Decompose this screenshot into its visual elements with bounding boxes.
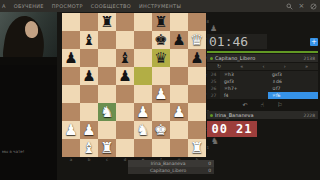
piece-white-knight-c3: ♞ xyxy=(100,103,113,121)
square-g2[interactable] xyxy=(170,121,188,139)
move-number: 25 xyxy=(207,78,220,85)
piece-black-rook-c8: ♜ xyxy=(100,13,113,31)
square-g7[interactable]: ♟ xyxy=(170,31,188,49)
square-f1[interactable] xyxy=(152,139,170,157)
last-move-icon[interactable]: » xyxy=(305,63,308,70)
move-white[interactable]: ♕h3 xyxy=(220,71,268,78)
top-player-clock: 01:46 xyxy=(207,34,267,49)
square-d5[interactable]: ♟ xyxy=(116,67,134,85)
square-e5[interactable] xyxy=(134,67,152,85)
square-c3[interactable]: ♞ xyxy=(98,103,116,121)
give-time-button[interactable]: + xyxy=(310,38,318,46)
piece-black-king-f7: ♚ xyxy=(154,31,167,49)
move-row-24: 24♕h3gxf3 xyxy=(207,71,318,78)
rank-coord-8: 8 xyxy=(207,13,210,31)
piece-white-rook-c1: ♜ xyxy=(100,139,113,157)
move-white[interactable]: f4 xyxy=(220,92,268,99)
piece-black-bishop-b7: ♝ xyxy=(82,31,95,49)
score-row[interactable]: Capitano_Libero0 xyxy=(128,167,214,174)
square-e6[interactable] xyxy=(134,49,152,67)
move-number: 27 xyxy=(207,92,220,99)
square-c4[interactable] xyxy=(98,85,116,103)
square-f5[interactable] xyxy=(152,67,170,85)
square-g3[interactable]: ♟ xyxy=(170,103,188,121)
captured-pieces-top: ♟ xyxy=(210,25,217,33)
draw-offer-icon[interactable]: ☝ xyxy=(260,101,264,108)
square-g5[interactable] xyxy=(170,67,188,85)
square-f6[interactable]: ♛ xyxy=(152,49,170,67)
resign-flag-icon[interactable]: ⚐ xyxy=(277,101,282,108)
streamer-webcam xyxy=(0,12,57,65)
move-number: 24 xyxy=(207,71,220,78)
game-action-buttons: ↶ ☝ ⚐ xyxy=(207,100,318,109)
square-h5[interactable] xyxy=(188,67,206,85)
square-g8[interactable] xyxy=(170,13,188,31)
square-b5[interactable]: ♟ xyxy=(80,67,98,85)
online-dot xyxy=(210,57,213,60)
bottom-player-name: Irina_Bananeva xyxy=(215,112,304,118)
next-move-icon[interactable]: › xyxy=(284,63,286,70)
square-d2[interactable] xyxy=(116,121,134,139)
square-g1[interactable] xyxy=(170,139,188,157)
piece-black-pawn-h6: ♟ xyxy=(190,49,203,67)
menu-item-soobshchestvo[interactable]: СООБЩЕСТВО xyxy=(91,3,131,9)
square-h1[interactable]: ♜ xyxy=(188,139,206,157)
flip-replay-icon[interactable]: ↻ xyxy=(217,63,221,70)
move-row-25: 25gxf3♗d6 xyxy=(207,78,318,85)
move-white[interactable]: ♕h7+ xyxy=(220,85,268,92)
square-a7[interactable] xyxy=(62,31,80,49)
piece-white-pawn-f4: ♟ xyxy=(154,85,167,103)
sound-muted-icon[interactable] xyxy=(310,3,317,10)
score-player-name: Irina_Bananeva xyxy=(128,161,208,166)
score-row[interactable]: Irina_Bananeva0 xyxy=(128,160,214,167)
menu-item-prosmotr[interactable]: ПРОСМОТР xyxy=(52,3,83,9)
square-d1[interactable] xyxy=(116,139,134,157)
square-a2[interactable]: ♟ xyxy=(62,121,80,139)
square-h6[interactable]: ♟ xyxy=(188,49,206,67)
move-white[interactable]: gxf3 xyxy=(220,78,268,85)
prev-move-icon[interactable]: ‹ xyxy=(263,63,265,70)
top-menu-bar: А ОБУЧЕНИЕ ПРОСМОТР СООБЩЕСТВО ИНСТРУМЕН… xyxy=(0,0,320,12)
top-player-bar[interactable]: Capitano_Libero 2138 xyxy=(207,54,318,62)
move-black[interactable]: ♗d6 xyxy=(268,78,318,85)
search-icon[interactable] xyxy=(286,3,293,10)
square-h8[interactable] xyxy=(188,13,206,31)
takeback-icon[interactable]: ↶ xyxy=(242,101,247,108)
move-list: 24♕h3gxf325gxf3♗d626♕h7+♔f727f4♕f6 xyxy=(207,71,318,99)
score-value: 0 xyxy=(208,161,214,166)
piece-white-queen-h7: ♛ xyxy=(190,31,203,49)
lichess-screen: А ОБУЧЕНИЕ ПРОСМОТР СООБЩЕСТВО ИНСТРУМЕН… xyxy=(0,0,320,180)
move-row-27: 27f4♕f6 xyxy=(207,92,318,99)
square-c1[interactable]: ♜ xyxy=(98,139,116,157)
square-d4[interactable] xyxy=(116,85,134,103)
piece-black-pawn-d5: ♟ xyxy=(118,67,131,85)
square-d8[interactable] xyxy=(116,13,134,31)
square-d3[interactable] xyxy=(116,103,134,121)
square-h7[interactable]: ♛ xyxy=(188,31,206,49)
rank-coord-1: 1 xyxy=(207,139,210,157)
square-b4[interactable] xyxy=(80,85,98,103)
square-a6[interactable]: ♟ xyxy=(62,49,80,67)
score-player-name: Capitano_Libero xyxy=(128,168,208,173)
square-d6[interactable]: ♝ xyxy=(116,49,134,67)
first-move-icon[interactable]: « xyxy=(240,63,243,70)
move-black[interactable]: ♕f6 xyxy=(268,92,318,99)
square-b1[interactable]: ♝ xyxy=(80,139,98,157)
square-e2[interactable]: ♞ xyxy=(134,121,152,139)
square-c6[interactable] xyxy=(98,49,116,67)
bottom-player-clock-low-time: 00 21 xyxy=(207,121,257,137)
piece-black-pawn-b5: ♟ xyxy=(82,67,95,85)
piece-white-pawn-e3: ♟ xyxy=(136,103,149,121)
square-h2[interactable] xyxy=(188,121,206,139)
piece-white-pawn-b2: ♟ xyxy=(82,121,95,139)
piece-white-king-f2: ♚ xyxy=(154,121,167,139)
square-a8[interactable] xyxy=(62,13,80,31)
piece-black-queen-f6: ♛ xyxy=(154,49,167,67)
menu-item-obuchenie[interactable]: ОБУЧЕНИЕ xyxy=(14,3,44,9)
square-a4[interactable] xyxy=(62,85,80,103)
square-e3[interactable]: ♟ xyxy=(134,103,152,121)
move-black[interactable]: gxf3 xyxy=(268,71,318,78)
bottom-player-rating: 2228 xyxy=(304,113,318,118)
close-icon[interactable]: × xyxy=(298,3,305,10)
piece-white-rook-h1: ♜ xyxy=(190,139,203,157)
file-coord-b: b xyxy=(80,157,98,162)
square-c8[interactable]: ♜ xyxy=(98,13,116,31)
square-b2[interactable]: ♟ xyxy=(80,121,98,139)
piece-black-pawn-a6: ♟ xyxy=(64,49,77,67)
piece-white-pawn-a2: ♟ xyxy=(64,121,77,139)
square-a5[interactable] xyxy=(62,67,80,85)
score-value: 0 xyxy=(208,168,214,173)
square-b6[interactable] xyxy=(80,49,98,67)
square-g6[interactable] xyxy=(170,49,188,67)
piece-white-knight-e2: ♞ xyxy=(136,121,149,139)
piece-white-bishop-b1: ♝ xyxy=(82,139,95,157)
square-a1[interactable] xyxy=(62,139,80,157)
square-c5[interactable] xyxy=(98,67,116,85)
square-c7[interactable] xyxy=(98,31,116,49)
menu-item-igra-partial[interactable]: А xyxy=(2,3,6,9)
left-dark-panel xyxy=(0,65,57,180)
square-f7[interactable]: ♚ xyxy=(152,31,170,49)
square-f8[interactable]: ♜ xyxy=(152,13,170,31)
piece-black-bishop-d6: ♝ xyxy=(118,49,131,67)
online-dot xyxy=(210,114,213,117)
square-f2[interactable]: ♚ xyxy=(152,121,170,139)
square-e7[interactable] xyxy=(134,31,152,49)
menu-item-instrumenty[interactable]: ИНСТРУМЕНТЫ xyxy=(139,3,181,9)
move-number: 26 xyxy=(207,85,220,92)
square-f3[interactable] xyxy=(152,103,170,121)
chess-board: ♜♜♝♚♟♛♟♝♛♟♟♟♟♞♟♟♟♟♞♚♝♜♜ xyxy=(62,13,206,157)
square-h3[interactable] xyxy=(188,103,206,121)
chat-overlay-text: мы в чате! xyxy=(2,149,24,154)
square-b3[interactable] xyxy=(80,103,98,121)
square-f4[interactable]: ♟ xyxy=(152,85,170,103)
square-e8[interactable] xyxy=(134,13,152,31)
square-e4[interactable] xyxy=(134,85,152,103)
main-menu: А ОБУЧЕНИЕ ПРОСМОТР СООБЩЕСТВО ИНСТРУМЕН… xyxy=(0,3,181,9)
top-player-name: Capitano_Libero xyxy=(215,55,304,61)
time-progress-bar xyxy=(207,51,318,53)
square-g4[interactable] xyxy=(170,85,188,103)
square-h4[interactable] xyxy=(188,85,206,103)
square-d7[interactable] xyxy=(116,31,134,49)
square-a3[interactable] xyxy=(62,103,80,121)
square-c2[interactable] xyxy=(98,121,116,139)
square-b8[interactable] xyxy=(80,13,98,31)
captured-pieces-bottom: ♞ xyxy=(211,137,219,145)
file-coord-a: a xyxy=(62,157,80,162)
file-coord-c: c xyxy=(98,157,116,162)
move-black[interactable]: ♔f7 xyxy=(268,85,318,92)
top-player-rating: 2138 xyxy=(304,56,318,61)
match-score-table: Irina_Bananeva0Capitano_Libero0 xyxy=(128,160,214,174)
bottom-player-bar[interactable]: Irina_Bananeva 2228 xyxy=(207,111,318,119)
square-e1[interactable] xyxy=(134,139,152,157)
piece-black-pawn-g7: ♟ xyxy=(172,31,185,49)
piece-black-rook-f8: ♜ xyxy=(154,13,167,31)
piece-white-pawn-g3: ♟ xyxy=(172,103,185,121)
replay-controls: ↻«‹›» xyxy=(207,63,318,70)
move-row-26: 26♕h7+♔f7 xyxy=(207,85,318,92)
square-b7[interactable]: ♝ xyxy=(80,31,98,49)
